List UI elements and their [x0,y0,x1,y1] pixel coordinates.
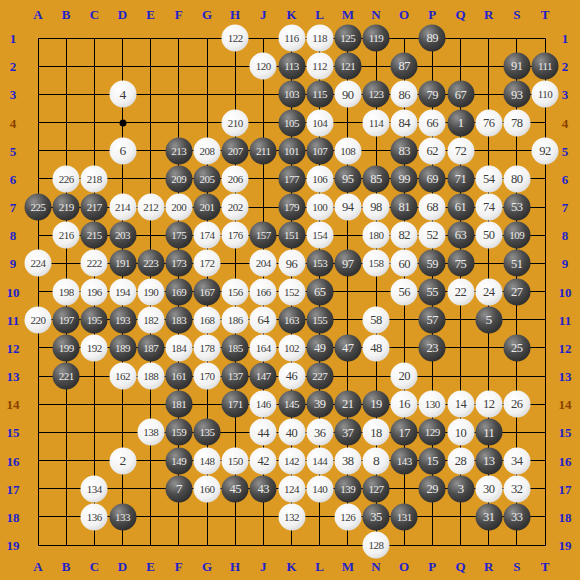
move-number: 211 [256,145,271,156]
black-stone: 13 [475,447,502,474]
move-number: 47 [342,342,354,355]
move-number: 26 [511,398,523,411]
white-stone: 46 [278,363,305,390]
move-number: 121 [340,61,355,72]
move-number: 227 [312,371,327,382]
row-label-right: 14 [559,398,572,411]
black-stone: 103 [278,81,305,108]
move-number: 22 [455,285,467,298]
black-stone: 201 [194,194,221,221]
white-stone: 50 [475,222,502,249]
move-number: 181 [171,399,186,410]
move-number: 24 [483,285,495,298]
move-number: 226 [59,173,74,184]
white-stone: 36 [306,419,333,446]
move-number: 164 [256,342,271,353]
row-label-left: 17 [7,482,20,495]
white-stone: 42 [250,447,277,474]
move-number: 128 [369,540,384,551]
move-number: 223 [143,258,158,269]
move-number: 1 [457,116,463,130]
white-stone: 116 [278,25,305,52]
move-number: 27 [511,285,523,298]
row-label-left: 2 [10,60,17,73]
move-number: 145 [284,399,299,410]
black-stone: 17 [391,419,418,446]
move-number: 149 [171,455,186,466]
move-number: 222 [87,258,102,269]
move-number: 32 [511,482,523,495]
black-stone: 55 [419,278,446,305]
move-number: 108 [340,145,355,156]
white-stone: 54 [475,165,502,192]
column-label-top: M [342,8,354,21]
white-stone: 4 [109,81,136,108]
row-label-right: 16 [559,454,572,467]
black-stone: 173 [165,250,192,277]
move-number: 50 [483,229,495,242]
move-number: 4 [119,88,125,102]
move-number: 12 [483,398,495,411]
move-number: 33 [511,511,523,524]
column-label-top: S [513,8,520,21]
move-number: 159 [171,427,186,438]
move-number: 185 [228,342,243,353]
black-stone: 151 [278,222,305,249]
move-number: 38 [342,454,354,467]
row-label-right: 18 [559,510,572,523]
move-number: 172 [200,258,215,269]
black-stone: 71 [447,165,474,192]
white-stone: 40 [278,419,305,446]
black-stone: 127 [363,475,390,502]
move-number: 187 [143,342,158,353]
move-number: 212 [143,202,158,213]
move-number: 102 [284,342,299,353]
white-stone: 82 [391,222,418,249]
white-stone: 68 [419,194,446,221]
black-stone: 113 [278,53,305,80]
white-stone: 188 [137,363,164,390]
move-number: 201 [200,202,215,213]
black-stone: 37 [334,419,361,446]
black-stone: 115 [306,81,333,108]
move-number: 76 [483,116,495,129]
column-label-bottom: L [315,560,324,573]
row-label-left: 11 [7,313,19,326]
move-number: 23 [427,342,439,355]
black-stone: 63 [447,222,474,249]
white-stone: 94 [334,194,361,221]
white-stone: 128 [363,532,390,559]
move-number: 20 [398,370,410,383]
move-number: 131 [397,511,412,522]
black-stone: 189 [109,334,136,361]
move-number: 80 [511,173,523,186]
move-number: 136 [87,511,102,522]
move-number: 45 [229,482,241,495]
white-stone: 224 [25,250,52,277]
white-stone: 140 [306,475,333,502]
white-stone: 146 [250,391,277,418]
move-number: 191 [115,258,130,269]
black-stone: 137 [222,363,249,390]
move-number: 210 [228,117,243,128]
move-number: 177 [284,173,299,184]
move-number: 188 [143,371,158,382]
black-stone: 145 [278,391,305,418]
row-label-right: 9 [562,257,569,270]
white-stone: 138 [137,419,164,446]
move-number: 35 [370,511,382,524]
white-stone: 28 [447,447,474,474]
white-stone: 52 [419,222,446,249]
move-number: 105 [284,117,299,128]
white-stone: 218 [81,165,108,192]
black-stone: 139 [334,475,361,502]
move-number: 206 [228,173,243,184]
row-label-left: 18 [7,510,20,523]
row-label-right: 15 [559,426,572,439]
move-number: 90 [342,88,354,101]
white-stone: 126 [334,503,361,530]
move-number: 85 [370,173,382,186]
black-stone: 107 [306,137,333,164]
move-number: 175 [171,230,186,241]
move-number: 82 [398,229,410,242]
black-stone: 45 [222,475,249,502]
move-number: 55 [427,285,439,298]
black-stone: 215 [81,222,108,249]
white-stone: 194 [109,278,136,305]
move-number: 107 [312,145,327,156]
column-label-top: C [90,8,99,21]
white-stone: 156 [222,278,249,305]
move-number: 118 [312,33,327,44]
black-stone: 35 [363,503,390,530]
move-number: 56 [398,285,410,298]
black-stone: 213 [165,137,192,164]
white-stone: 206 [222,165,249,192]
move-number: 200 [171,202,186,213]
move-number: 97 [342,257,354,270]
move-number: 57 [427,313,439,326]
move-number: 10 [455,426,467,439]
move-number: 156 [228,286,243,297]
white-stone: 48 [363,334,390,361]
white-stone: 122 [222,25,249,52]
black-stone: 163 [278,306,305,333]
white-stone: 136 [81,503,108,530]
move-number: 83 [398,144,410,157]
white-stone: 176 [222,222,249,249]
column-label-bottom: R [484,560,493,573]
white-stone: 154 [306,222,333,249]
row-label-right: 2 [562,60,569,73]
move-number: 67 [455,88,467,101]
row-label-left: 12 [7,341,20,354]
move-number: 106 [312,173,327,184]
white-stone: 110 [532,81,559,108]
white-stone: 178 [194,334,221,361]
column-label-top: G [202,8,212,21]
column-label-bottom: K [286,560,296,573]
white-stone: 170 [194,363,221,390]
white-stone: 64 [250,306,277,333]
move-number: 130 [425,399,440,410]
move-number: 124 [284,483,299,494]
white-stone: 16 [391,391,418,418]
column-label-top: R [484,8,493,21]
black-stone: 69 [419,165,446,192]
move-number: 42 [258,454,270,467]
move-number: 209 [171,173,186,184]
black-stone: 61 [447,194,474,221]
move-number: 193 [115,314,130,325]
move-number: 182 [143,314,158,325]
white-stone: 78 [503,109,530,136]
black-stone: 159 [165,419,192,446]
move-number: 93 [511,88,523,101]
black-stone: 175 [165,222,192,249]
black-stone: 147 [250,363,277,390]
white-stone: 200 [165,194,192,221]
black-stone: 87 [391,53,418,80]
go-board[interactable]: AABBCCDDEEFFGGHHJJKKLLMMNNOOPPQQRRSSTT11… [0,0,580,580]
column-label-top: J [260,8,267,21]
black-stone: 111 [532,53,559,80]
move-number: 157 [256,230,271,241]
move-number: 142 [284,455,299,466]
move-number: 101 [284,145,299,156]
move-number: 43 [258,482,270,495]
white-stone: 108 [334,137,361,164]
move-number: 39 [314,398,326,411]
black-stone: 33 [503,503,530,530]
white-stone: 192 [81,334,108,361]
move-number: 166 [256,286,271,297]
white-stone: 74 [475,194,502,221]
black-stone: 75 [447,250,474,277]
row-label-right: 12 [559,341,572,354]
black-stone: 177 [278,165,305,192]
black-stone: 149 [165,447,192,474]
row-label-right: 11 [559,313,571,326]
white-stone: 174 [194,222,221,249]
move-number: 214 [115,202,130,213]
move-number: 30 [483,482,495,495]
white-stone: 166 [250,278,277,305]
white-stone: 32 [503,475,530,502]
column-label-bottom: O [399,560,409,573]
white-stone: 34 [503,447,530,474]
move-number: 123 [369,89,384,100]
black-stone: 155 [306,306,333,333]
white-stone: 12 [475,391,502,418]
black-stone: 161 [165,363,192,390]
move-number: 54 [483,173,495,186]
column-label-top: K [286,8,296,21]
row-label-left: 7 [10,201,17,214]
column-label-top: E [146,8,155,21]
black-stone: 135 [194,419,221,446]
move-number: 34 [511,454,523,467]
white-stone: 212 [137,194,164,221]
black-stone: 203 [109,222,136,249]
move-number: 79 [427,88,439,101]
white-stone: 102 [278,334,305,361]
white-stone: 92 [532,137,559,164]
row-label-right: 8 [562,229,569,242]
black-stone: 227 [306,363,333,390]
white-stone: 134 [81,475,108,502]
black-stone: 171 [222,391,249,418]
move-number: 132 [284,511,299,522]
move-number: 3 [457,482,463,496]
white-stone: 196 [81,278,108,305]
move-number: 25 [511,342,523,355]
black-stone: 85 [363,165,390,192]
move-number: 153 [312,258,327,269]
white-stone: 220 [25,306,52,333]
white-stone: 148 [194,447,221,474]
black-stone: 59 [419,250,446,277]
white-stone: 182 [137,306,164,333]
column-label-top: O [399,8,409,21]
white-stone: 18 [363,419,390,446]
column-label-bottom: D [118,560,127,573]
black-stone: 181 [165,391,192,418]
white-stone: 8 [363,447,390,474]
white-stone: 168 [194,306,221,333]
column-label-top: Q [455,8,465,21]
column-label-top: D [118,8,127,21]
column-label-bottom: M [342,560,354,573]
move-number: 48 [370,342,382,355]
column-label-bottom: A [33,560,42,573]
white-stone: 112 [306,53,333,80]
row-label-left: 1 [10,32,17,45]
white-stone: 190 [137,278,164,305]
white-stone: 56 [391,278,418,305]
black-stone: 199 [53,334,80,361]
move-number: 95 [342,173,354,186]
black-stone: 225 [25,194,52,221]
move-number: 110 [538,89,553,100]
move-number: 116 [284,33,299,44]
move-number: 75 [455,257,467,270]
white-stone: 208 [194,137,221,164]
move-number: 17 [398,426,410,439]
move-number: 160 [200,483,215,494]
move-number: 213 [171,145,186,156]
column-label-top: P [428,8,436,21]
black-stone: 65 [306,278,333,305]
black-stone: 133 [109,503,136,530]
row-label-right: 4 [562,116,569,129]
move-number: 63 [455,229,467,242]
move-number: 7 [176,482,182,496]
black-stone: 191 [109,250,136,277]
white-stone: 30 [475,475,502,502]
move-number: 109 [509,230,524,241]
white-stone: 66 [419,109,446,136]
white-stone: 58 [363,306,390,333]
row-label-right: 6 [562,172,569,185]
move-number: 52 [427,229,439,242]
move-number: 37 [342,426,354,439]
black-stone: 93 [503,81,530,108]
white-stone: 100 [306,194,333,221]
move-number: 198 [59,286,74,297]
white-stone: 90 [334,81,361,108]
black-stone: 31 [475,503,502,530]
move-number: 2 [119,454,125,468]
move-number: 190 [143,286,158,297]
black-stone: 209 [165,165,192,192]
white-stone: 26 [503,391,530,418]
move-number: 202 [228,202,243,213]
move-number: 170 [200,371,215,382]
move-number: 65 [314,285,326,298]
black-stone: 121 [334,53,361,80]
black-stone: 193 [109,306,136,333]
white-stone: 162 [109,363,136,390]
column-label-bottom: E [146,560,155,573]
row-label-left: 8 [10,229,17,242]
move-number: 61 [455,201,467,214]
row-label-right: 17 [559,482,572,495]
move-number: 113 [284,61,299,72]
move-number: 127 [369,483,384,494]
move-number: 155 [312,314,327,325]
move-number: 92 [539,144,551,157]
column-label-top: H [230,8,240,21]
move-number: 14 [455,398,467,411]
white-stone: 38 [334,447,361,474]
black-stone: 217 [81,194,108,221]
move-number: 89 [427,32,439,45]
move-number: 6 [119,144,125,158]
move-number: 195 [87,314,102,325]
move-number: 176 [228,230,243,241]
white-stone: 152 [278,278,305,305]
move-number: 192 [87,342,102,353]
white-stone: 114 [363,109,390,136]
move-number: 216 [59,230,74,241]
row-label-left: 15 [7,426,20,439]
move-number: 168 [200,314,215,325]
white-stone: 214 [109,194,136,221]
white-stone: 96 [278,250,305,277]
column-label-top: F [175,8,183,21]
black-stone: 89 [419,25,446,52]
black-stone: 211 [250,137,277,164]
move-number: 146 [256,399,271,410]
white-stone: 10 [447,419,474,446]
move-number: 99 [398,173,410,186]
move-number: 186 [228,314,243,325]
row-label-left: 10 [7,285,20,298]
move-number: 49 [314,342,326,355]
black-stone: 39 [306,391,333,418]
move-number: 71 [455,173,467,186]
row-label-left: 14 [7,398,20,411]
move-number: 36 [314,426,326,439]
black-stone: 23 [419,334,446,361]
column-label-top: B [62,8,71,21]
black-stone: 57 [419,306,446,333]
